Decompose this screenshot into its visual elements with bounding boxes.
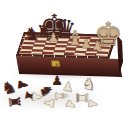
square-h1 [96,53,108,56]
loose-piece-black-knight-0: ♞ [0,78,18,98]
loose-pieces-shadow [0,86,106,110]
loose-piece-white-pawn-7: ♟ [42,97,56,110]
box-front-panel [16,56,122,77]
board-grid [20,35,113,56]
clasp-pin [54,63,58,66]
loose-piece-black-pawn-5: ♟ [51,74,63,87]
loose-piece-white-pawn-6: ♟ [30,91,44,104]
loose-piece-white-bishop-8: ♝ [53,89,69,104]
chess-set-product-photo: ♜♚♛♞♟♟♝♚♟♟♞♟♜♝♞♟♟♟♝♟♟♜♞♟ [0,0,128,128]
loose-piece-black-bishop-3: ♝ [22,87,41,104]
loose-piece-white-pawn-10: ♟ [63,97,79,112]
loose-piece-white-knight-12: ♞ [80,75,97,94]
brass-clasp-icon [51,60,61,67]
chess-board [16,32,117,59]
loose-piece-white-rook-11: ♜ [74,91,89,104]
loose-piece-black-rook-2: ♜ [6,95,22,110]
loose-piece-black-pawn-1: ♟ [16,79,30,92]
loose-piece-white-pawn-9: ♟ [62,79,75,93]
loose-piece-black-knight-4: ♞ [37,83,55,100]
loose-piece-white-pawn-13: ♟ [86,98,100,111]
